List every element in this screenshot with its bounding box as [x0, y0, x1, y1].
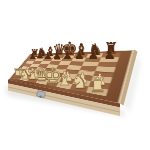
chess-piece-dark-p[interactable]: ♟	[62, 50, 72, 61]
chess-piece-dark-p[interactable]: ♟	[88, 49, 99, 62]
chess-piece-light-n[interactable]: ♞	[71, 72, 88, 91]
chess-piece-dark-p[interactable]: ♟	[52, 51, 61, 61]
chess-set-photo: ♜♞♝♛♚♝♞♜♟♟♟♟♟♟♟♟♟♟♟♟♟♟♟♟♜♞♝♛♚♝♞♜	[0, 0, 150, 150]
chess-piece-dark-p[interactable]: ♟	[43, 51, 52, 61]
chess-piece-light-r[interactable]: ♜	[89, 74, 107, 94]
chess-piece-dark-p[interactable]: ♟	[74, 50, 84, 62]
chess-piece-dark-p[interactable]: ♟	[104, 48, 116, 62]
pieces-layer: ♜♞♝♛♚♝♞♜♟♟♟♟♟♟♟♟♟♟♟♟♟♟♟♟♜♞♝♛♚♝♞♜	[0, 0, 150, 150]
